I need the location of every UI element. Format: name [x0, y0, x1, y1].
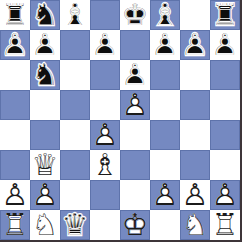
white-piece-glyph-layer: ♞: [30, 210, 60, 240]
square-e7[interactable]: [120, 30, 150, 60]
white-piece-glyph-layer: ♘: [30, 210, 60, 240]
square-g3[interactable]: [180, 150, 210, 180]
black-piece-glyph-layer: ♛: [60, 210, 90, 240]
black-piece-glyph-layer: ♟: [30, 30, 60, 60]
square-g5[interactable]: [180, 90, 210, 120]
square-a2[interactable]: ♟♙: [0, 180, 30, 210]
black-piece-glyph-layer: ♙: [0, 30, 30, 60]
black-piece-glyph-layer: ♝: [60, 0, 90, 30]
white-piece-glyph-layer: ♜: [210, 210, 240, 240]
square-c8[interactable]: ♝♝♗: [60, 0, 90, 30]
black-piece-glyph-layer: ♟: [210, 30, 240, 60]
black-piece-glyph-layer: ♟: [150, 30, 180, 60]
black-piece-glyph-layer: ♖: [0, 0, 30, 30]
black-piece-glyph-layer: ♟: [0, 30, 30, 60]
piece-black-knight[interactable]: ♞♞♘: [30, 60, 60, 90]
black-piece-glyph-layer: ♜: [0, 0, 30, 30]
black-piece-glyph-layer: ♝: [60, 0, 90, 30]
piece-white-king[interactable]: ♚♔: [120, 210, 150, 240]
square-h1[interactable]: ♜♖: [210, 210, 240, 240]
square-a8[interactable]: ♜♜♖: [0, 0, 30, 30]
piece-white-pawn[interactable]: ♟♙: [150, 180, 180, 210]
white-piece-glyph-layer: ♟: [150, 180, 180, 210]
square-d2[interactable]: [90, 180, 120, 210]
square-d3[interactable]: ♝♗: [90, 150, 120, 180]
square-b3[interactable]: ♛♕: [30, 150, 60, 180]
white-piece-glyph-layer: ♙: [90, 120, 120, 150]
square-f1[interactable]: [150, 210, 180, 240]
square-a4[interactable]: [0, 120, 30, 150]
piece-white-pawn[interactable]: ♟♙: [210, 180, 240, 210]
piece-white-pawn[interactable]: ♟♙: [120, 90, 150, 120]
black-piece-glyph-layer: ♟: [30, 30, 60, 60]
black-piece-glyph-layer: ♙: [210, 30, 240, 60]
white-piece-glyph-layer: ♟: [210, 180, 240, 210]
black-piece-glyph-layer: ♟: [120, 60, 150, 90]
piece-black-pawn[interactable]: ♟♟♙: [0, 30, 30, 60]
black-piece-glyph-layer: ♜: [0, 0, 30, 30]
piece-black-rook[interactable]: ♜♜♖: [0, 0, 30, 30]
black-piece-glyph-layer: ♘: [30, 0, 60, 30]
square-e8[interactable]: ♚♚♔: [120, 0, 150, 30]
black-piece-glyph-layer: ♞: [30, 0, 60, 30]
white-piece-glyph-layer: ♛: [30, 150, 60, 180]
black-piece-glyph-layer: ♙: [30, 30, 60, 60]
white-piece-glyph-layer: ♙: [150, 180, 180, 210]
square-b7[interactable]: ♟♟♙: [30, 30, 60, 60]
square-f6[interactable]: [150, 60, 180, 90]
piece-black-knight[interactable]: ♞♞♘: [30, 0, 60, 30]
piece-black-pawn[interactable]: ♟♟♙: [120, 60, 150, 90]
square-d1[interactable]: [90, 210, 120, 240]
piece-white-pawn[interactable]: ♟♙: [0, 180, 30, 210]
square-f8[interactable]: ♝♝♗: [150, 0, 180, 30]
black-piece-glyph-layer: ♚: [120, 0, 150, 30]
black-piece-glyph-layer: ♙: [120, 60, 150, 90]
square-c2[interactable]: [60, 180, 90, 210]
square-e6[interactable]: ♟♟♙: [120, 60, 150, 90]
white-piece-glyph-layer: ♙: [120, 90, 150, 120]
white-piece-glyph-layer: ♝: [90, 150, 120, 180]
black-piece-glyph-layer: ♟: [90, 30, 120, 60]
square-h3[interactable]: [210, 150, 240, 180]
square-c5[interactable]: [60, 90, 90, 120]
white-piece-glyph-layer: ♖: [0, 210, 30, 240]
black-piece-glyph-layer: ♗: [150, 0, 180, 30]
square-e3[interactable]: [120, 150, 150, 180]
white-piece-glyph-layer: ♖: [210, 210, 240, 240]
piece-black-pawn[interactable]: ♟♟♙: [90, 30, 120, 60]
black-piece-glyph-layer: ♖: [210, 0, 240, 30]
piece-white-knight[interactable]: ♞♘: [30, 210, 60, 240]
piece-white-knight[interactable]: ♞♘: [180, 210, 210, 240]
square-a1[interactable]: ♜♖: [0, 210, 30, 240]
square-d5[interactable]: [90, 90, 120, 120]
square-g2[interactable]: ♟♙: [180, 180, 210, 210]
piece-black-queen[interactable]: ♛♛♕: [60, 210, 90, 240]
square-a3[interactable]: [0, 150, 30, 180]
square-b4[interactable]: [30, 120, 60, 150]
black-piece-glyph-layer: ♞: [30, 60, 60, 90]
square-b6[interactable]: ♞♞♘: [30, 60, 60, 90]
black-piece-glyph-layer: ♜: [210, 0, 240, 30]
white-piece-glyph-layer: ♟: [120, 90, 150, 120]
white-piece-glyph-layer: ♟: [180, 180, 210, 210]
black-piece-glyph-layer: ♟: [150, 30, 180, 60]
square-h6[interactable]: [210, 60, 240, 90]
black-piece-glyph-layer: ♙: [90, 30, 120, 60]
white-piece-glyph-layer: ♚: [120, 210, 150, 240]
piece-white-rook[interactable]: ♜♖: [0, 210, 30, 240]
piece-black-bishop[interactable]: ♝♝♗: [150, 0, 180, 30]
black-piece-glyph-layer: ♝: [150, 0, 180, 30]
black-piece-glyph-layer: ♚: [120, 0, 150, 30]
piece-white-pawn[interactable]: ♟♙: [30, 180, 60, 210]
square-h5[interactable]: [210, 90, 240, 120]
piece-black-bishop[interactable]: ♝♝♗: [60, 0, 90, 30]
square-e1[interactable]: ♚♔: [120, 210, 150, 240]
square-c4[interactable]: [60, 120, 90, 150]
piece-white-pawn[interactable]: ♟♙: [90, 120, 120, 150]
square-h2[interactable]: ♟♙: [210, 180, 240, 210]
square-c3[interactable]: [60, 150, 90, 180]
black-piece-glyph-layer: ♙: [180, 30, 210, 60]
white-piece-glyph-layer: ♘: [180, 210, 210, 240]
square-b2[interactable]: ♟♙: [30, 180, 60, 210]
white-piece-glyph-layer: ♗: [90, 150, 120, 180]
square-b5[interactable]: [30, 90, 60, 120]
square-c1[interactable]: ♛♛♕: [60, 210, 90, 240]
white-piece-glyph-layer: ♞: [180, 210, 210, 240]
square-g8[interactable]: [180, 0, 210, 30]
piece-white-rook[interactable]: ♜♖: [210, 210, 240, 240]
square-d7[interactable]: ♟♟♙: [90, 30, 120, 60]
black-piece-glyph-layer: ♔: [120, 0, 150, 30]
white-piece-glyph-layer: ♟: [0, 180, 30, 210]
square-d6[interactable]: [90, 60, 120, 90]
black-piece-glyph-layer: ♞: [30, 0, 60, 30]
black-piece-glyph-layer: ♘: [30, 60, 60, 90]
piece-white-bishop[interactable]: ♝♗: [90, 150, 120, 180]
black-piece-glyph-layer: ♞: [30, 60, 60, 90]
piece-black-king[interactable]: ♚♚♔: [120, 0, 150, 30]
white-piece-glyph-layer: ♟: [30, 180, 60, 210]
square-g6[interactable]: [180, 60, 210, 90]
square-f7[interactable]: ♟♟♙: [150, 30, 180, 60]
black-piece-glyph-layer: ♟: [90, 30, 120, 60]
white-piece-glyph-layer: ♔: [120, 210, 150, 240]
square-f4[interactable]: [150, 120, 180, 150]
piece-white-queen[interactable]: ♛♕: [30, 150, 60, 180]
chess-board-container: ♜♜♖♞♞♘♝♝♗♚♚♔♝♝♗♜♜♖♟♟♙♟♟♙♟♟♙♟♟♙♟♟♙♟♟♙♞♞♘♟…: [0, 0, 242, 242]
piece-black-pawn[interactable]: ♟♟♙: [150, 30, 180, 60]
square-g1[interactable]: ♞♘: [180, 210, 210, 240]
piece-black-pawn[interactable]: ♟♟♙: [30, 30, 60, 60]
white-piece-glyph-layer: ♕: [30, 150, 60, 180]
square-h8[interactable]: ♜♜♖: [210, 0, 240, 30]
black-piece-glyph-layer: ♜: [210, 0, 240, 30]
white-piece-glyph-layer: ♙: [210, 180, 240, 210]
white-piece-glyph-layer: ♟: [90, 120, 120, 150]
square-c6[interactable]: [60, 60, 90, 90]
piece-black-pawn[interactable]: ♟♟♙: [180, 30, 210, 60]
square-f5[interactable]: [150, 90, 180, 120]
black-piece-glyph-layer: ♟: [210, 30, 240, 60]
white-piece-glyph-layer: ♜: [0, 210, 30, 240]
chess-board: ♜♜♖♞♞♘♝♝♗♚♚♔♝♝♗♜♜♖♟♟♙♟♟♙♟♟♙♟♟♙♟♟♙♟♟♙♞♞♘♟…: [0, 0, 242, 242]
piece-black-rook[interactable]: ♜♜♖: [210, 0, 240, 30]
square-a7[interactable]: ♟♟♙: [0, 30, 30, 60]
square-e2[interactable]: [120, 180, 150, 210]
square-a6[interactable]: [0, 60, 30, 90]
square-g4[interactable]: [180, 120, 210, 150]
square-c7[interactable]: [60, 30, 90, 60]
black-piece-glyph-layer: ♝: [150, 0, 180, 30]
black-piece-glyph-layer: ♕: [60, 210, 90, 240]
black-piece-glyph-layer: ♛: [60, 210, 90, 240]
square-a5[interactable]: [0, 90, 30, 120]
square-f3[interactable]: [150, 150, 180, 180]
square-e4[interactable]: [120, 120, 150, 150]
white-piece-glyph-layer: ♙: [30, 180, 60, 210]
square-d4[interactable]: ♟♙: [90, 120, 120, 150]
black-piece-glyph-layer: ♟: [180, 30, 210, 60]
black-piece-glyph-layer: ♟: [0, 30, 30, 60]
piece-black-pawn[interactable]: ♟♟♙: [210, 30, 240, 60]
square-h7[interactable]: ♟♟♙: [210, 30, 240, 60]
black-piece-glyph-layer: ♙: [150, 30, 180, 60]
black-piece-glyph-layer: ♟: [180, 30, 210, 60]
square-e5[interactable]: ♟♙: [120, 90, 150, 120]
square-b1[interactable]: ♞♘: [30, 210, 60, 240]
black-piece-glyph-layer: ♗: [60, 0, 90, 30]
square-f2[interactable]: ♟♙: [150, 180, 180, 210]
black-piece-glyph-layer: ♟: [120, 60, 150, 90]
square-h4[interactable]: [210, 120, 240, 150]
piece-white-pawn[interactable]: ♟♙: [180, 180, 210, 210]
square-d8[interactable]: [90, 0, 120, 30]
square-b8[interactable]: ♞♞♘: [30, 0, 60, 30]
square-g7[interactable]: ♟♟♙: [180, 30, 210, 60]
white-piece-glyph-layer: ♙: [180, 180, 210, 210]
white-piece-glyph-layer: ♙: [0, 180, 30, 210]
